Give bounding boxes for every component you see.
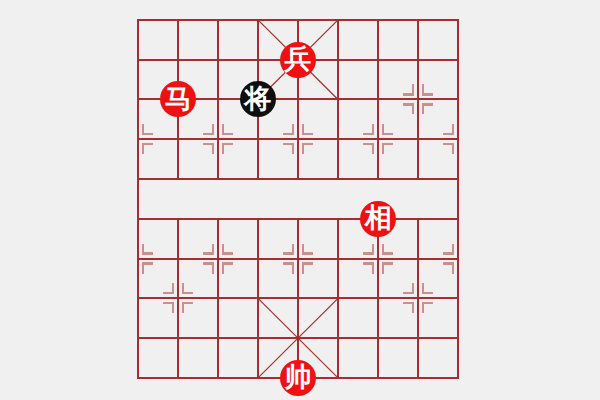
pieces-layer: 兵马将相帅 [118,0,478,398]
piece-label-red-elephant: 相 [365,204,392,231]
piece-label-black-general: 将 [245,85,272,112]
page-background: 兵马将相帅 [0,0,600,400]
piece-label-red-soldier: 兵 [285,45,312,72]
piece-red-horse[interactable]: 马 [160,81,196,117]
piece-red-soldier[interactable]: 兵 [280,42,316,78]
xiangqi-board[interactable]: 兵马将相帅 [118,0,478,398]
piece-black-general[interactable]: 将 [240,81,276,117]
piece-label-red-horse: 马 [165,85,192,112]
piece-label-red-general: 帅 [285,363,312,390]
piece-red-general[interactable]: 帅 [280,360,316,396]
piece-red-elephant[interactable]: 相 [360,201,396,237]
